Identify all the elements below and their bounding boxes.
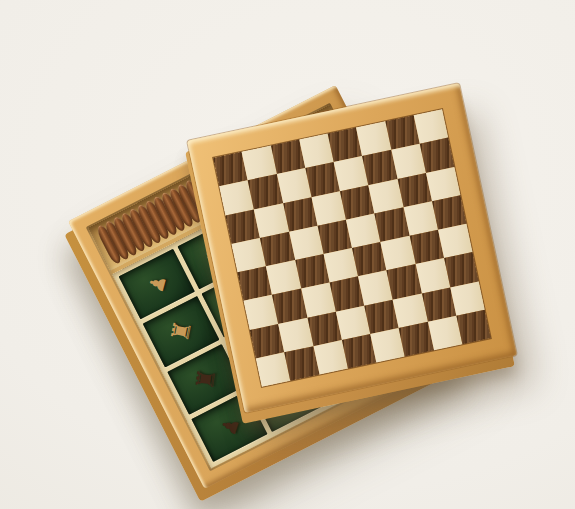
light-pawn-piece[interactable]: ♟ [145,273,169,296]
board-squares [213,109,491,387]
board-square-h1[interactable] [456,310,491,345]
light-rook-piece[interactable]: ♜ [167,319,195,345]
chess-board-lid [187,83,517,413]
product-photo-stage: ♟♞♟♜♛♝♜♞♝♟♟♚ [0,0,575,509]
dark-pawn-piece[interactable]: ♟ [217,415,242,438]
dark-rook-piece[interactable]: ♜ [192,367,219,392]
